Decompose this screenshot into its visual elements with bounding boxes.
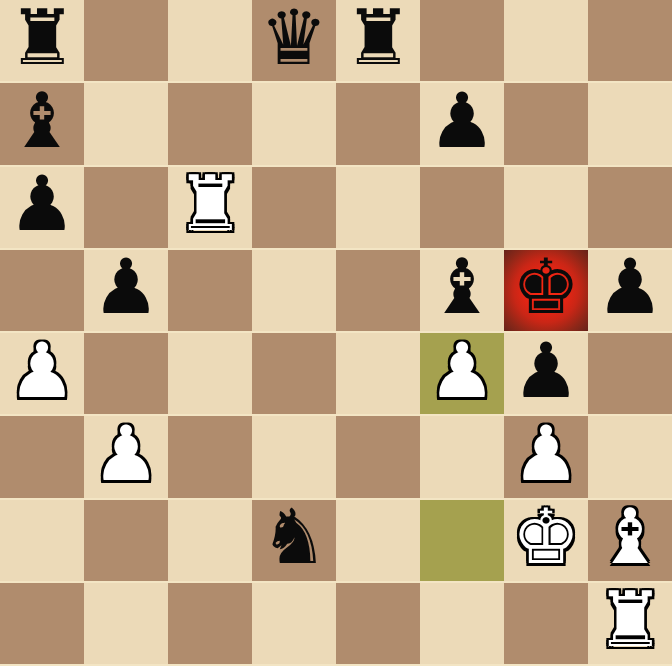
black-pawn-f7[interactable]: ♟: [428, 83, 496, 159]
square-c3[interactable]: [168, 416, 252, 497]
square-d2[interactable]: ♞: [252, 500, 336, 581]
white-pawn-b3[interactable]: ♟: [92, 416, 160, 492]
square-f2[interactable]: [420, 500, 504, 581]
square-d3[interactable]: [252, 416, 336, 497]
square-e8[interactable]: ♜: [336, 0, 420, 81]
square-a8[interactable]: ♜: [0, 0, 84, 81]
square-h4[interactable]: [588, 333, 672, 414]
square-c7[interactable]: [168, 83, 252, 164]
square-f3[interactable]: [420, 416, 504, 497]
square-d1[interactable]: [252, 583, 336, 664]
black-rook-a8[interactable]: ♜: [8, 0, 76, 76]
white-pawn-f4[interactable]: ♟: [428, 333, 496, 409]
black-king-g5[interactable]: ♚: [512, 250, 580, 326]
square-g1[interactable]: [504, 583, 588, 664]
square-h8[interactable]: [588, 0, 672, 81]
square-b5[interactable]: ♟: [84, 250, 168, 331]
square-b8[interactable]: [84, 0, 168, 81]
square-f6[interactable]: [420, 167, 504, 248]
black-pawn-g4[interactable]: ♟: [512, 333, 580, 409]
square-g2[interactable]: ♚: [504, 500, 588, 581]
black-bishop-a7[interactable]: ♝: [8, 83, 76, 159]
square-a6[interactable]: ♟: [0, 167, 84, 248]
square-a3[interactable]: [0, 416, 84, 497]
square-f4[interactable]: ♟: [420, 333, 504, 414]
square-e6[interactable]: [336, 167, 420, 248]
square-a2[interactable]: [0, 500, 84, 581]
square-e7[interactable]: [336, 83, 420, 164]
square-g8[interactable]: [504, 0, 588, 81]
square-h2[interactable]: ♝: [588, 500, 672, 581]
square-a7[interactable]: ♝: [0, 83, 84, 164]
square-e1[interactable]: [336, 583, 420, 664]
square-g3[interactable]: ♟: [504, 416, 588, 497]
square-b4[interactable]: [84, 333, 168, 414]
square-f5[interactable]: ♝: [420, 250, 504, 331]
square-c6[interactable]: ♜: [168, 167, 252, 248]
square-a1[interactable]: [0, 583, 84, 664]
square-b3[interactable]: ♟: [84, 416, 168, 497]
square-g4[interactable]: ♟: [504, 333, 588, 414]
square-c8[interactable]: [168, 0, 252, 81]
black-queen-d8[interactable]: ♛: [260, 0, 328, 76]
square-b7[interactable]: [84, 83, 168, 164]
black-rook-e8[interactable]: ♜: [344, 0, 412, 76]
square-a4[interactable]: ♟: [0, 333, 84, 414]
square-d6[interactable]: [252, 167, 336, 248]
square-g5[interactable]: ♚: [504, 250, 588, 331]
square-c1[interactable]: [168, 583, 252, 664]
square-c2[interactable]: [168, 500, 252, 581]
black-pawn-a6[interactable]: ♟: [8, 167, 76, 243]
square-h6[interactable]: [588, 167, 672, 248]
square-h5[interactable]: ♟: [588, 250, 672, 331]
square-f7[interactable]: ♟: [420, 83, 504, 164]
square-g6[interactable]: [504, 167, 588, 248]
square-h7[interactable]: [588, 83, 672, 164]
white-king-g2[interactable]: ♚: [512, 500, 580, 576]
square-f1[interactable]: [420, 583, 504, 664]
white-pawn-g3[interactable]: ♟: [512, 416, 580, 492]
square-b2[interactable]: [84, 500, 168, 581]
square-d4[interactable]: [252, 333, 336, 414]
white-bishop-h2[interactable]: ♝: [596, 500, 664, 576]
square-d5[interactable]: [252, 250, 336, 331]
square-c5[interactable]: [168, 250, 252, 331]
square-d7[interactable]: [252, 83, 336, 164]
square-h1[interactable]: ♜: [588, 583, 672, 664]
square-e5[interactable]: [336, 250, 420, 331]
square-g7[interactable]: [504, 83, 588, 164]
square-d8[interactable]: ♛: [252, 0, 336, 81]
white-rook-c6[interactable]: ♜: [176, 167, 244, 243]
white-rook-h1[interactable]: ♜: [596, 583, 664, 659]
square-b6[interactable]: [84, 167, 168, 248]
square-h3[interactable]: [588, 416, 672, 497]
square-e4[interactable]: [336, 333, 420, 414]
square-b1[interactable]: [84, 583, 168, 664]
chess-board: ♜♛♜♝♟♟♜♟♝♚♟♟♟♟♟♟♞♚♝♜: [0, 0, 672, 666]
white-pawn-a4[interactable]: ♟: [8, 333, 76, 409]
black-pawn-b5[interactable]: ♟: [92, 250, 160, 326]
square-e3[interactable]: [336, 416, 420, 497]
black-pawn-h5[interactable]: ♟: [596, 250, 664, 326]
black-bishop-f5[interactable]: ♝: [428, 250, 496, 326]
square-f8[interactable]: [420, 0, 504, 81]
square-e2[interactable]: [336, 500, 420, 581]
square-a5[interactable]: [0, 250, 84, 331]
square-c4[interactable]: [168, 333, 252, 414]
black-knight-d2[interactable]: ♞: [260, 500, 328, 576]
